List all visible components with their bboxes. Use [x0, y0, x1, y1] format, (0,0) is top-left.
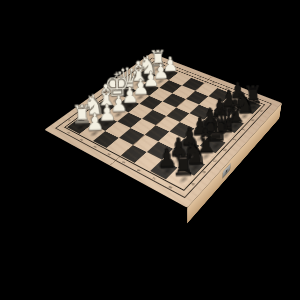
board-surface: ♜♞♝♚♛♝♞♜♟♟♟♟♟♟♟♟♟♟♟♟♟♟♟♟♜♞♝♚♛♝♞♜ AABBCCD…: [45, 53, 282, 208]
clasp: [223, 163, 231, 178]
clasp-pin-icon: [226, 168, 228, 172]
piece-white-pawn: ♟: [86, 112, 105, 135]
fold-seam-side: [109, 165, 112, 181]
piece-black-rook: ♜: [171, 151, 195, 180]
product-photo-background: ♜♞♝♚♛♝♞♜♟♟♟♟♟♟♟♟♟♟♟♟♟♟♟♟♜♞♝♚♛♝♞♜ AABBCCD…: [0, 0, 300, 300]
chess-box: ♜♞♝♚♛♝♞♜♟♟♟♟♟♟♟♟♟♟♟♟♟♟♟♟♜♞♝♚♛♝♞♜ AABBCCD…: [48, 68, 279, 224]
